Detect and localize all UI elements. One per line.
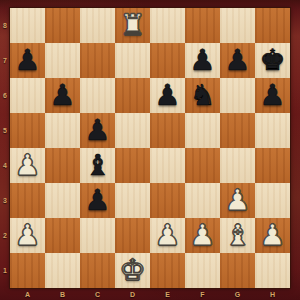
square-e7[interactable] (150, 43, 185, 78)
white-pawn[interactable]: ♟ (220, 183, 255, 218)
black-pawn[interactable]: ♟ (45, 78, 80, 113)
square-a2[interactable]: ♟ (10, 218, 45, 253)
rank-label-3: 3 (0, 183, 10, 218)
square-a4[interactable]: ♟ (10, 148, 45, 183)
white-pawn[interactable]: ♟ (185, 218, 220, 253)
file-label-d: D (115, 288, 150, 300)
white-pawn[interactable]: ♟ (10, 218, 45, 253)
rank-label-8: 8 (0, 8, 10, 43)
square-b1[interactable] (45, 253, 80, 288)
black-pawn[interactable]: ♟ (80, 183, 115, 218)
square-g4[interactable] (220, 148, 255, 183)
square-h2[interactable]: ♟ (255, 218, 290, 253)
square-a6[interactable] (10, 78, 45, 113)
square-g8[interactable] (220, 8, 255, 43)
black-pawn[interactable]: ♟ (255, 78, 290, 113)
square-c6[interactable] (80, 78, 115, 113)
square-a3[interactable] (10, 183, 45, 218)
file-label-b: B (45, 288, 80, 300)
square-e3[interactable] (150, 183, 185, 218)
square-h3[interactable] (255, 183, 290, 218)
square-e8[interactable] (150, 8, 185, 43)
square-c1[interactable] (80, 253, 115, 288)
square-f3[interactable] (185, 183, 220, 218)
square-c4[interactable]: ♝ (80, 148, 115, 183)
square-a1[interactable] (10, 253, 45, 288)
square-f1[interactable] (185, 253, 220, 288)
black-pawn[interactable]: ♟ (150, 78, 185, 113)
square-h8[interactable] (255, 8, 290, 43)
square-d4[interactable] (115, 148, 150, 183)
square-b3[interactable] (45, 183, 80, 218)
square-g1[interactable] (220, 253, 255, 288)
square-h7[interactable]: ♚ (255, 43, 290, 78)
square-f6[interactable]: ♞ (185, 78, 220, 113)
square-c7[interactable] (80, 43, 115, 78)
square-d7[interactable] (115, 43, 150, 78)
square-f8[interactable] (185, 8, 220, 43)
square-f2[interactable]: ♟ (185, 218, 220, 253)
white-rook[interactable]: ♜ (115, 8, 150, 43)
square-e5[interactable] (150, 113, 185, 148)
black-pawn[interactable]: ♟ (10, 43, 45, 78)
square-g3[interactable]: ♟ (220, 183, 255, 218)
square-c3[interactable]: ♟ (80, 183, 115, 218)
square-c8[interactable] (80, 8, 115, 43)
square-d5[interactable] (115, 113, 150, 148)
rank-label-5: 5 (0, 113, 10, 148)
square-h5[interactable] (255, 113, 290, 148)
square-d3[interactable] (115, 183, 150, 218)
file-label-e: E (150, 288, 185, 300)
black-knight[interactable]: ♞ (185, 78, 220, 113)
square-g6[interactable] (220, 78, 255, 113)
square-d1[interactable]: ♚ (115, 253, 150, 288)
square-h4[interactable] (255, 148, 290, 183)
white-pawn[interactable]: ♟ (10, 148, 45, 183)
black-king[interactable]: ♚ (255, 43, 290, 78)
white-pawn[interactable]: ♟ (150, 218, 185, 253)
rank-labels: 87654321 (0, 8, 10, 288)
rank-label-7: 7 (0, 43, 10, 78)
square-a7[interactable]: ♟ (10, 43, 45, 78)
square-b8[interactable] (45, 8, 80, 43)
square-f5[interactable] (185, 113, 220, 148)
file-label-f: F (185, 288, 220, 300)
square-f7[interactable]: ♟ (185, 43, 220, 78)
black-pawn[interactable]: ♟ (220, 43, 255, 78)
square-a5[interactable] (10, 113, 45, 148)
square-e4[interactable] (150, 148, 185, 183)
rank-label-6: 6 (0, 78, 10, 113)
file-labels: ABCDEFGH (10, 288, 290, 300)
square-b5[interactable] (45, 113, 80, 148)
rank-label-2: 2 (0, 218, 10, 253)
square-f4[interactable] (185, 148, 220, 183)
square-b7[interactable] (45, 43, 80, 78)
white-bishop[interactable]: ♝ (220, 218, 255, 253)
white-king[interactable]: ♚ (115, 253, 150, 288)
square-g5[interactable] (220, 113, 255, 148)
chess-board: ♜♟♟♟♚♟♟♞♟♟♟♝♟♟♟♟♟♝♟♚ (10, 8, 290, 288)
white-pawn[interactable]: ♟ (255, 218, 290, 253)
square-g7[interactable]: ♟ (220, 43, 255, 78)
square-d2[interactable] (115, 218, 150, 253)
black-pawn[interactable]: ♟ (80, 113, 115, 148)
file-label-g: G (220, 288, 255, 300)
square-e6[interactable]: ♟ (150, 78, 185, 113)
black-pawn[interactable]: ♟ (185, 43, 220, 78)
file-label-c: C (80, 288, 115, 300)
square-g2[interactable]: ♝ (220, 218, 255, 253)
square-d8[interactable]: ♜ (115, 8, 150, 43)
square-b6[interactable]: ♟ (45, 78, 80, 113)
square-h6[interactable]: ♟ (255, 78, 290, 113)
square-e1[interactable] (150, 253, 185, 288)
rank-label-4: 4 (0, 148, 10, 183)
rank-label-1: 1 (0, 253, 10, 288)
square-a8[interactable] (10, 8, 45, 43)
file-label-a: A (10, 288, 45, 300)
square-c5[interactable]: ♟ (80, 113, 115, 148)
file-label-h: H (255, 288, 290, 300)
square-b2[interactable] (45, 218, 80, 253)
square-h1[interactable] (255, 253, 290, 288)
square-e2[interactable]: ♟ (150, 218, 185, 253)
square-b4[interactable] (45, 148, 80, 183)
board-frame: 87654321 ABCDEFGH ♜♟♟♟♚♟♟♞♟♟♟♝♟♟♟♟♟♝♟♚ (0, 0, 300, 300)
square-d6[interactable] (115, 78, 150, 113)
black-bishop[interactable]: ♝ (80, 148, 115, 183)
square-c2[interactable] (80, 218, 115, 253)
